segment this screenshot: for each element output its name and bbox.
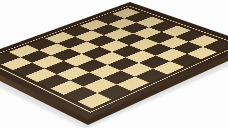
chessboard-photo (0, 0, 228, 128)
